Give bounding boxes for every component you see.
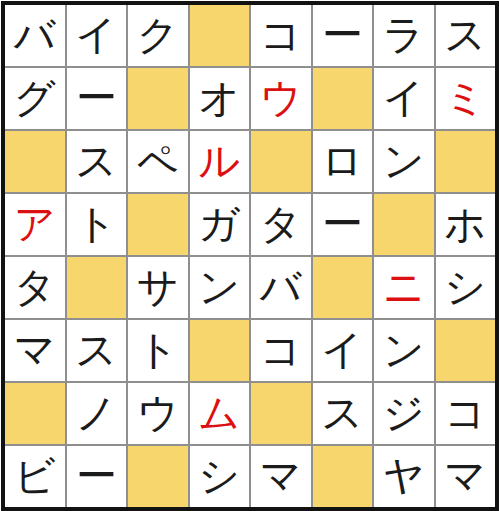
cell-r8c1[interactable]: ビ [5, 446, 65, 507]
cell-r2c3-blocked [128, 68, 188, 129]
cell-r6c1[interactable]: マ [5, 320, 65, 381]
cell-r2c1[interactable]: グ [5, 68, 65, 129]
cell-r8c7[interactable]: ヤ [374, 446, 434, 507]
cell-r7c8[interactable]: コ [436, 383, 496, 444]
cell-r4c4[interactable]: ガ [190, 194, 250, 255]
cell-r7c5-blocked [251, 383, 311, 444]
cell-r5c7[interactable]: ニ [374, 257, 434, 318]
cell-r2c5[interactable]: ウ [251, 68, 311, 129]
cell-r4c6[interactable]: ー [313, 194, 373, 255]
cell-r6c7[interactable]: ン [374, 320, 434, 381]
cell-r3c1-blocked [5, 131, 65, 192]
cell-r3c3[interactable]: ペ [128, 131, 188, 192]
cell-r7c4[interactable]: ム [190, 383, 250, 444]
cell-r4c2[interactable]: ト [67, 194, 127, 255]
cell-r7c6[interactable]: ス [313, 383, 373, 444]
cell-r1c6[interactable]: ー [313, 5, 373, 66]
cell-r7c7[interactable]: ジ [374, 383, 434, 444]
cell-r6c3[interactable]: ト [128, 320, 188, 381]
cell-r5c5[interactable]: バ [251, 257, 311, 318]
cell-r1c4-blocked [190, 5, 250, 66]
cell-r2c8[interactable]: ミ [436, 68, 496, 129]
cell-r2c6-blocked [313, 68, 373, 129]
cell-r5c2-blocked [67, 257, 127, 318]
cell-r1c5[interactable]: コ [251, 5, 311, 66]
cell-r4c1[interactable]: ア [5, 194, 65, 255]
cell-r5c8[interactable]: シ [436, 257, 496, 318]
cell-r8c5[interactable]: マ [251, 446, 311, 507]
cell-r4c7-blocked [374, 194, 434, 255]
cell-r6c5[interactable]: コ [251, 320, 311, 381]
cell-r4c8[interactable]: ホ [436, 194, 496, 255]
crossword-board: バイクコーラスグーオウイミスペルロンアトガターホタサンバニシマストコインノウムス… [1, 1, 499, 511]
cell-r3c8-blocked [436, 131, 496, 192]
cell-r6c8-blocked [436, 320, 496, 381]
cell-r7c2[interactable]: ノ [67, 383, 127, 444]
cell-r1c3[interactable]: ク [128, 5, 188, 66]
cell-r3c2[interactable]: ス [67, 131, 127, 192]
cell-r3c4[interactable]: ル [190, 131, 250, 192]
cell-r2c4[interactable]: オ [190, 68, 250, 129]
cell-r2c2[interactable]: ー [67, 68, 127, 129]
cell-r5c4[interactable]: ン [190, 257, 250, 318]
cell-r1c1[interactable]: バ [5, 5, 65, 66]
cell-r2c7[interactable]: イ [374, 68, 434, 129]
cell-r5c3[interactable]: サ [128, 257, 188, 318]
cell-r8c4[interactable]: シ [190, 446, 250, 507]
cell-r8c8[interactable]: マ [436, 446, 496, 507]
cell-r1c2[interactable]: イ [67, 5, 127, 66]
cell-r3c5-blocked [251, 131, 311, 192]
cell-r8c6-blocked [313, 446, 373, 507]
cell-r8c3-blocked [128, 446, 188, 507]
cell-r3c7[interactable]: ン [374, 131, 434, 192]
crossword-board-wrap: バイクコーラスグーオウイミスペルロンアトガターホタサンバニシマストコインノウムス… [0, 0, 500, 511]
cell-r8c2[interactable]: ー [67, 446, 127, 507]
cell-r4c5[interactable]: タ [251, 194, 311, 255]
cell-r5c6-blocked [313, 257, 373, 318]
cell-r6c4-blocked [190, 320, 250, 381]
cell-r4c3-blocked [128, 194, 188, 255]
cell-r7c1-blocked [5, 383, 65, 444]
cell-r1c7[interactable]: ラ [374, 5, 434, 66]
cell-r1c8[interactable]: ス [436, 5, 496, 66]
cell-r6c2[interactable]: ス [67, 320, 127, 381]
cell-r6c6[interactable]: イ [313, 320, 373, 381]
cell-r7c3[interactable]: ウ [128, 383, 188, 444]
cell-r3c6[interactable]: ロ [313, 131, 373, 192]
cell-r5c1[interactable]: タ [5, 257, 65, 318]
